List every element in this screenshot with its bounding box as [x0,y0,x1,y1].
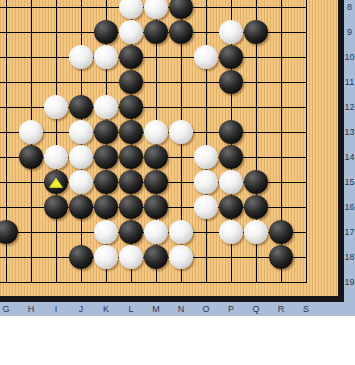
intersection-S17[interactable] [294,220,319,245]
intersection-O17[interactable] [194,220,219,245]
intersection-J9[interactable] [69,20,94,45]
intersection-N16[interactable] [169,195,194,220]
white-stone [94,245,118,269]
white-stone [44,95,68,119]
intersection-K16[interactable] [94,195,119,220]
white-stone [219,20,243,44]
black-stone [44,195,68,219]
intersection-L13[interactable] [119,120,144,145]
intersection-O8[interactable] [194,0,219,20]
black-stone [169,20,193,44]
intersection-G19[interactable] [0,270,19,295]
intersection-S12[interactable] [294,95,319,120]
black-stone [244,170,268,194]
row-label-10: 10 [344,51,355,63]
intersection-L11[interactable] [119,70,144,95]
intersection-J10[interactable] [69,45,94,70]
intersection-G11[interactable] [0,70,19,95]
black-stone [169,0,193,19]
intersection-Q17[interactable] [244,220,269,245]
intersection-P17[interactable] [219,220,244,245]
black-stone [94,20,118,44]
column-label-O: O [200,303,212,315]
intersection-L18[interactable] [119,245,144,270]
intersection-O10[interactable] [194,45,219,70]
intersection-R14[interactable] [269,145,294,170]
column-label-H: H [25,303,37,315]
intersection-O14[interactable] [194,145,219,170]
black-stone [94,120,118,144]
intersection-P18[interactable] [219,245,244,270]
black-stone [119,145,143,169]
intersection-Q10[interactable] [244,45,269,70]
intersection-N8[interactable] [169,0,194,20]
intersection-K18[interactable] [94,245,119,270]
intersection-I17[interactable] [44,220,69,245]
intersection-S13[interactable] [294,120,319,145]
intersection-P15[interactable] [219,170,244,195]
white-stone [169,245,193,269]
intersection-M15[interactable] [144,170,169,195]
intersection-R11[interactable] [269,70,294,95]
white-stone [69,170,93,194]
intersection-H15[interactable] [19,170,44,195]
board-grid [0,0,319,295]
black-stone [269,245,293,269]
intersection-Q19[interactable] [244,270,269,295]
white-stone [219,220,243,244]
intersection-H11[interactable] [19,70,44,95]
intersection-J11[interactable] [69,70,94,95]
black-stone [119,70,143,94]
black-stone [119,95,143,119]
intersection-H13[interactable] [19,120,44,145]
white-stone [144,0,168,19]
white-stone [194,170,218,194]
white-stone [144,220,168,244]
intersection-R18[interactable] [269,245,294,270]
intersection-I8[interactable] [44,0,69,20]
intersection-L17[interactable] [119,220,144,245]
intersection-K12[interactable] [94,95,119,120]
intersection-M11[interactable] [144,70,169,95]
intersection-G13[interactable] [0,120,19,145]
intersection-K13[interactable] [94,120,119,145]
intersection-R10[interactable] [269,45,294,70]
intersection-P16[interactable] [219,195,244,220]
intersection-K19[interactable] [94,270,119,295]
intersection-M17[interactable] [144,220,169,245]
intersection-K10[interactable] [94,45,119,70]
intersection-H18[interactable] [19,245,44,270]
intersection-N15[interactable] [169,170,194,195]
intersection-L9[interactable] [119,20,144,45]
intersection-I12[interactable] [44,95,69,120]
intersection-G12[interactable] [0,95,19,120]
intersection-N9[interactable] [169,20,194,45]
row-label-18: 18 [344,251,355,263]
black-stone [94,195,118,219]
white-stone [44,145,68,169]
intersection-Q13[interactable] [244,120,269,145]
black-stone [244,195,268,219]
intersection-Q16[interactable] [244,195,269,220]
white-stone [69,120,93,144]
row-label-16: 16 [344,201,355,213]
column-label-M: M [150,303,162,315]
intersection-L12[interactable] [119,95,144,120]
intersection-J14[interactable] [69,145,94,170]
intersection-I16[interactable] [44,195,69,220]
intersection-N14[interactable] [169,145,194,170]
intersection-P11[interactable] [219,70,244,95]
intersection-O19[interactable] [194,270,219,295]
intersection-O16[interactable] [194,195,219,220]
black-stone [69,195,93,219]
intersection-G14[interactable] [0,145,19,170]
black-stone [244,20,268,44]
intersection-G17[interactable] [0,220,19,245]
intersection-Q8[interactable] [244,0,269,20]
intersection-M14[interactable] [144,145,169,170]
intersection-K15[interactable] [94,170,119,195]
intersection-N13[interactable] [169,120,194,145]
intersection-R12[interactable] [269,95,294,120]
intersection-J19[interactable] [69,270,94,295]
intersection-M18[interactable] [144,245,169,270]
intersection-P19[interactable] [219,270,244,295]
column-label-K: K [100,303,112,315]
intersection-H12[interactable] [19,95,44,120]
intersection-S9[interactable] [294,20,319,45]
column-label-L: L [125,303,137,315]
column-label-I: I [50,303,62,315]
black-stone [94,145,118,169]
intersection-Q18[interactable] [244,245,269,270]
intersection-O13[interactable] [194,120,219,145]
intersection-L19[interactable] [119,270,144,295]
intersection-Q12[interactable] [244,95,269,120]
intersection-I15[interactable] [44,170,69,195]
intersection-K11[interactable] [94,70,119,95]
intersection-H9[interactable] [19,20,44,45]
intersection-K8[interactable] [94,0,119,20]
white-stone [219,170,243,194]
black-stone [119,45,143,69]
column-label-N: N [175,303,187,315]
intersection-L16[interactable] [119,195,144,220]
intersection-R19[interactable] [269,270,294,295]
intersection-M9[interactable] [144,20,169,45]
intersection-P8[interactable] [219,0,244,20]
black-stone [119,195,143,219]
white-stone [244,220,268,244]
black-stone [44,170,68,194]
intersection-H8[interactable] [19,0,44,20]
intersection-I19[interactable] [44,270,69,295]
black-stone [119,170,143,194]
white-stone [194,145,218,169]
intersection-L14[interactable] [119,145,144,170]
white-stone [194,195,218,219]
black-stone [119,220,143,244]
intersection-N18[interactable] [169,245,194,270]
black-stone [19,145,43,169]
white-stone [94,45,118,69]
intersection-J8[interactable] [69,0,94,20]
intersection-G8[interactable] [0,0,19,20]
column-label-P: P [225,303,237,315]
intersection-G9[interactable] [0,20,19,45]
intersection-O9[interactable] [194,20,219,45]
row-label-9: 9 [344,26,355,38]
intersection-I18[interactable] [44,245,69,270]
intersection-N11[interactable] [169,70,194,95]
intersection-O12[interactable] [194,95,219,120]
intersection-H17[interactable] [19,220,44,245]
intersection-G18[interactable] [0,245,19,270]
white-stone [69,45,93,69]
column-label-R: R [275,303,287,315]
intersection-M13[interactable] [144,120,169,145]
intersection-I11[interactable] [44,70,69,95]
column-label-S: S [300,303,312,315]
white-stone [169,120,193,144]
intersection-I9[interactable] [44,20,69,45]
row-label-11: 11 [344,76,355,88]
intersection-S18[interactable] [294,245,319,270]
intersection-M8[interactable] [144,0,169,20]
row-label-13: 13 [344,126,355,138]
white-stone [94,220,118,244]
intersection-S19[interactable] [294,270,319,295]
intersection-J17[interactable] [69,220,94,245]
intersection-Q14[interactable] [244,145,269,170]
column-labels-strip: GHIJKLMNOPQRS [0,302,355,316]
intersection-M12[interactable] [144,95,169,120]
black-stone [69,95,93,119]
row-labels-strip: 8910111213141516171819 [344,0,355,316]
intersection-R15[interactable] [269,170,294,195]
row-label-14: 14 [344,151,355,163]
intersection-J13[interactable] [69,120,94,145]
intersection-P10[interactable] [219,45,244,70]
intersection-N19[interactable] [169,270,194,295]
white-stone [69,145,93,169]
intersection-Q15[interactable] [244,170,269,195]
intersection-L10[interactable] [119,45,144,70]
intersection-S16[interactable] [294,195,319,220]
intersection-J15[interactable] [69,170,94,195]
black-stone [144,195,168,219]
intersection-H14[interactable] [19,145,44,170]
intersection-N12[interactable] [169,95,194,120]
intersection-P14[interactable] [219,145,244,170]
intersection-Q9[interactable] [244,20,269,45]
intersection-K9[interactable] [94,20,119,45]
intersection-H16[interactable] [19,195,44,220]
intersection-S11[interactable] [294,70,319,95]
column-label-J: J [75,303,87,315]
intersection-R8[interactable] [269,0,294,20]
column-label-Q: Q [250,303,262,315]
black-stone [269,220,293,244]
intersection-H10[interactable] [19,45,44,70]
intersection-L8[interactable] [119,0,144,20]
white-stone [119,245,143,269]
intersection-J12[interactable] [69,95,94,120]
intersection-G15[interactable] [0,170,19,195]
intersection-K14[interactable] [94,145,119,170]
intersection-M10[interactable] [144,45,169,70]
intersection-O15[interactable] [194,170,219,195]
black-stone [0,220,18,244]
row-label-12: 12 [344,101,355,113]
intersection-R13[interactable] [269,120,294,145]
black-stone [219,145,243,169]
intersection-I13[interactable] [44,120,69,145]
black-stone [144,20,168,44]
white-stone [144,120,168,144]
intersection-P9[interactable] [219,20,244,45]
intersection-R9[interactable] [269,20,294,45]
intersection-L15[interactable] [119,170,144,195]
intersection-J18[interactable] [69,245,94,270]
row-label-15: 15 [344,176,355,188]
intersection-S10[interactable] [294,45,319,70]
intersection-G10[interactable] [0,45,19,70]
white-stone [19,120,43,144]
intersection-I14[interactable] [44,145,69,170]
intersection-N17[interactable] [169,220,194,245]
white-stone [169,220,193,244]
intersection-R17[interactable] [269,220,294,245]
intersection-M16[interactable] [144,195,169,220]
intersection-H19[interactable] [19,270,44,295]
black-stone [144,145,168,169]
black-stone [219,120,243,144]
black-stone [69,245,93,269]
triangle-marker-icon [49,178,63,188]
intersection-P13[interactable] [219,120,244,145]
go-app-window: { "game": "Go (weiqi / baduk), 19x19 boa… [0,0,355,365]
black-stone [144,170,168,194]
intersection-P12[interactable] [219,95,244,120]
black-stone [119,120,143,144]
row-label-17: 17 [344,226,355,238]
black-stone [219,45,243,69]
intersection-S8[interactable] [294,0,319,20]
black-stone [219,70,243,94]
row-label-19: 19 [344,276,355,288]
intersection-M19[interactable] [144,270,169,295]
intersection-G16[interactable] [0,195,19,220]
white-stone [194,45,218,69]
white-stone [119,0,143,19]
intersection-J16[interactable] [69,195,94,220]
intersection-S14[interactable] [294,145,319,170]
intersection-R16[interactable] [269,195,294,220]
black-stone [94,170,118,194]
go-board [0,0,344,302]
black-stone [219,195,243,219]
intersection-O11[interactable] [194,70,219,95]
white-stone [94,95,118,119]
column-label-G: G [0,303,12,315]
intersection-O18[interactable] [194,245,219,270]
white-stone [119,20,143,44]
intersection-S15[interactable] [294,170,319,195]
intersection-K17[interactable] [94,220,119,245]
intersection-Q11[interactable] [244,70,269,95]
intersection-N10[interactable] [169,45,194,70]
black-stone [144,245,168,269]
row-label-8: 8 [344,1,355,13]
intersection-I10[interactable] [44,45,69,70]
